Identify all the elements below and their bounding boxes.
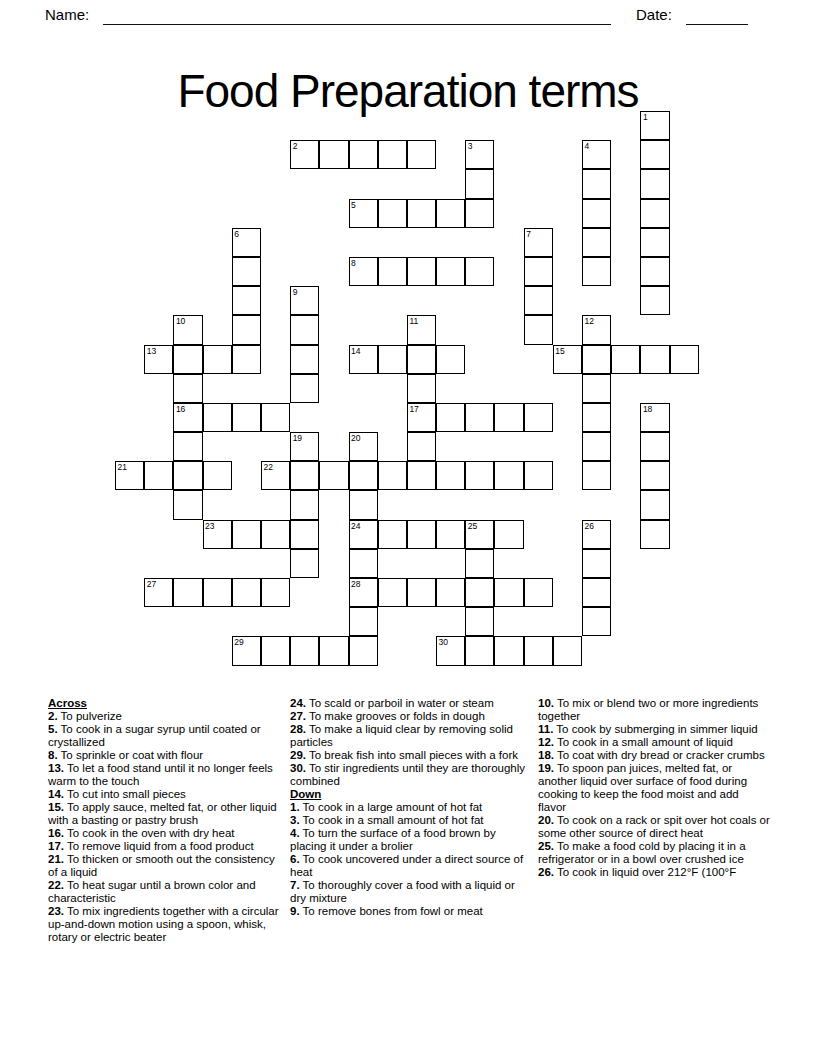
grid-block <box>553 169 582 198</box>
grid-cell[interactable]: 13 <box>144 345 173 374</box>
grid-block <box>203 607 232 636</box>
grid-block <box>290 257 319 286</box>
grid-cell[interactable] <box>611 345 640 374</box>
clue-across-23: 23. To mix ingredients together with a c… <box>48 905 281 944</box>
grid-cell[interactable] <box>582 607 611 636</box>
grid-block <box>232 490 261 519</box>
grid-cell[interactable] <box>524 257 553 286</box>
grid-cell[interactable] <box>465 549 494 578</box>
grid-cell[interactable] <box>640 286 669 315</box>
grid-block <box>203 432 232 461</box>
worksheet-page: Name: Date: Food Preparation terms 12345… <box>0 0 816 1056</box>
grid-cell[interactable] <box>319 140 348 169</box>
grid-block <box>115 520 144 549</box>
grid-block <box>611 432 640 461</box>
grid-cell[interactable] <box>465 257 494 286</box>
grid-block <box>144 228 173 257</box>
grid-block <box>670 636 699 665</box>
grid-block <box>553 403 582 432</box>
grid-cell[interactable] <box>465 199 494 228</box>
grid-cell[interactable] <box>144 461 173 490</box>
grid-block <box>611 228 640 257</box>
grid-cell[interactable] <box>524 403 553 432</box>
grid-cell[interactable]: 25 <box>465 520 494 549</box>
grid-cell[interactable] <box>640 520 669 549</box>
grid-cell[interactable] <box>173 578 202 607</box>
grid-block <box>115 636 144 665</box>
grid-block <box>611 374 640 403</box>
grid-block <box>436 169 465 198</box>
grid-block <box>494 490 523 519</box>
clue-number: 25 <box>468 521 477 531</box>
grid-cell[interactable] <box>349 636 378 665</box>
grid-cell[interactable]: 20 <box>349 432 378 461</box>
grid-cell[interactable] <box>553 636 582 665</box>
grid-block <box>203 286 232 315</box>
grid-cell[interactable] <box>261 403 290 432</box>
grid-cell[interactable] <box>465 636 494 665</box>
clue-column-2: 24. To scald or parboil in water or stea… <box>290 697 529 944</box>
grid-block <box>115 345 144 374</box>
grid-cell[interactable] <box>407 432 436 461</box>
grid-cell[interactable] <box>290 549 319 578</box>
grid-block <box>173 549 202 578</box>
grid-block <box>349 286 378 315</box>
grid-cell[interactable] <box>524 636 553 665</box>
grid-block <box>115 169 144 198</box>
grid-block <box>115 549 144 578</box>
grid-cell[interactable] <box>436 403 465 432</box>
grid-block <box>290 228 319 257</box>
grid-cell[interactable] <box>319 636 348 665</box>
grid-block <box>203 315 232 344</box>
grid-block <box>670 257 699 286</box>
grid-block <box>582 286 611 315</box>
grid-cell[interactable] <box>319 461 348 490</box>
grid-cell[interactable] <box>582 461 611 490</box>
clue-number: 1 <box>643 112 648 122</box>
grid-block <box>115 257 144 286</box>
grid-cell[interactable] <box>203 345 232 374</box>
grid-block <box>261 286 290 315</box>
grid-cell[interactable]: 18 <box>640 403 669 432</box>
grid-block <box>436 286 465 315</box>
grid-block <box>349 111 378 140</box>
grid-cell[interactable] <box>349 607 378 636</box>
grid-cell[interactable] <box>290 490 319 519</box>
grid-block <box>378 636 407 665</box>
grid-cell[interactable] <box>640 257 669 286</box>
clue-down-25: 25. To make a food cold by placing it in… <box>538 840 770 866</box>
name-label: Name: <box>45 6 89 23</box>
grid-block <box>144 374 173 403</box>
grid-cell[interactable] <box>290 461 319 490</box>
grid-cell[interactable] <box>407 374 436 403</box>
grid-block <box>144 432 173 461</box>
grid-cell[interactable]: 11 <box>407 315 436 344</box>
grid-cell[interactable]: 9 <box>290 286 319 315</box>
grid-block <box>144 111 173 140</box>
clue-number: 3 <box>468 141 473 151</box>
grid-cell[interactable] <box>378 140 407 169</box>
grid-cell[interactable] <box>349 490 378 519</box>
grid-cell[interactable] <box>436 199 465 228</box>
grid-block <box>436 111 465 140</box>
grid-block <box>319 432 348 461</box>
grid-cell[interactable] <box>582 199 611 228</box>
grid-block <box>173 286 202 315</box>
grid-block <box>553 286 582 315</box>
grid-block <box>115 403 144 432</box>
grid-block <box>611 520 640 549</box>
grid-cell[interactable] <box>524 578 553 607</box>
grid-cell[interactable] <box>494 578 523 607</box>
grid-block <box>173 257 202 286</box>
grid-cell[interactable] <box>582 432 611 461</box>
grid-cell[interactable] <box>640 490 669 519</box>
grid-cell[interactable] <box>582 374 611 403</box>
grid-cell[interactable] <box>494 461 523 490</box>
grid-cell[interactable] <box>436 520 465 549</box>
clue-across-28: 28. To make a liquid clear by removing s… <box>290 723 529 749</box>
grid-cell[interactable]: 22 <box>261 461 290 490</box>
grid-block <box>611 461 640 490</box>
grid-block <box>553 374 582 403</box>
grid-cell[interactable] <box>407 345 436 374</box>
clue-number: 10 <box>176 316 185 326</box>
grid-cell[interactable] <box>232 345 261 374</box>
grid-block <box>144 257 173 286</box>
grid-block <box>670 228 699 257</box>
clue-down-19: 19. To spoon pan juices, melted fat, or … <box>538 762 770 814</box>
grid-block <box>494 140 523 169</box>
grid-block <box>144 403 173 432</box>
grid-cell[interactable] <box>494 636 523 665</box>
grid-cell[interactable] <box>232 286 261 315</box>
clue-number: 4 <box>585 141 590 151</box>
clue-across-30: 30. To stir ingredients until they are t… <box>290 762 529 788</box>
clue-down-3: 3. To cook in a small amount of hot fat <box>290 814 529 827</box>
grid-block <box>465 228 494 257</box>
grid-block <box>670 578 699 607</box>
grid-block <box>524 199 553 228</box>
grid-block <box>319 257 348 286</box>
grid-block <box>640 607 669 636</box>
grid-cell[interactable]: 26 <box>582 520 611 549</box>
grid-cell[interactable] <box>582 169 611 198</box>
grid-cell[interactable] <box>378 199 407 228</box>
grid-cell[interactable] <box>465 607 494 636</box>
grid-block <box>640 374 669 403</box>
grid-block <box>611 549 640 578</box>
grid-block <box>611 490 640 519</box>
grid-cell[interactable] <box>290 345 319 374</box>
grid-cell[interactable] <box>407 520 436 549</box>
grid-block <box>144 607 173 636</box>
clue-number: 13 <box>147 346 156 356</box>
grid-cell[interactable]: 24 <box>349 520 378 549</box>
grid-cell[interactable] <box>465 403 494 432</box>
clue-across-22: 22. To heat sugar until a brown color an… <box>48 879 281 905</box>
grid-cell[interactable] <box>203 461 232 490</box>
grid-cell[interactable]: 1 <box>640 111 669 140</box>
grid-block <box>349 315 378 344</box>
grid-block <box>407 228 436 257</box>
grid-cell[interactable] <box>173 432 202 461</box>
clue-number: 9 <box>293 287 298 297</box>
grid-block <box>349 169 378 198</box>
grid-cell[interactable] <box>349 140 378 169</box>
grid-block <box>670 403 699 432</box>
grid-block <box>465 111 494 140</box>
grid-block <box>261 432 290 461</box>
grid-block <box>494 199 523 228</box>
grid-cell[interactable] <box>261 636 290 665</box>
grid-cell[interactable] <box>465 169 494 198</box>
grid-block <box>407 111 436 140</box>
grid-block <box>378 374 407 403</box>
grid-block <box>524 111 553 140</box>
grid-block <box>173 111 202 140</box>
grid-block <box>319 520 348 549</box>
clue-number: 17 <box>409 404 418 414</box>
grid-cell[interactable] <box>582 403 611 432</box>
grid-cell[interactable] <box>407 199 436 228</box>
grid-cell[interactable] <box>407 578 436 607</box>
grid-block <box>203 140 232 169</box>
grid-cell[interactable]: 23 <box>203 520 232 549</box>
clue-number: 27 <box>147 579 156 589</box>
grid-block <box>611 257 640 286</box>
grid-block <box>670 490 699 519</box>
grid-block <box>611 636 640 665</box>
clue-number: 11 <box>409 316 418 326</box>
across-clues-part1: 2. To pulverize5. To cook in a sugar syr… <box>48 710 281 944</box>
grid-cell[interactable] <box>349 461 378 490</box>
grid-cell[interactable] <box>640 461 669 490</box>
grid-block <box>232 169 261 198</box>
grid-block <box>553 228 582 257</box>
grid-cell[interactable] <box>290 315 319 344</box>
grid-cell[interactable] <box>436 578 465 607</box>
grid-cell[interactable]: 2 <box>290 140 319 169</box>
grid-cell[interactable]: 7 <box>524 228 553 257</box>
grid-block <box>553 140 582 169</box>
grid-cell[interactable] <box>582 345 611 374</box>
grid-cell[interactable]: 12 <box>582 315 611 344</box>
clue-section: Across 2. To pulverize5. To cook in a su… <box>48 697 770 944</box>
grid-cell[interactable]: 16 <box>173 403 202 432</box>
grid-block <box>670 315 699 344</box>
grid-block <box>582 111 611 140</box>
grid-cell[interactable]: 30 <box>436 636 465 665</box>
grid-cell[interactable]: 14 <box>349 345 378 374</box>
grid-cell[interactable] <box>582 228 611 257</box>
grid-block <box>319 228 348 257</box>
grid-cell[interactable] <box>582 578 611 607</box>
grid-cell[interactable] <box>290 636 319 665</box>
clue-number: 15 <box>555 346 564 356</box>
grid-cell[interactable] <box>524 286 553 315</box>
grid-block <box>261 140 290 169</box>
clue-across-29: 29. To break fish into small pieces with… <box>290 749 529 762</box>
grid-cell[interactable] <box>203 403 232 432</box>
grid-block <box>290 111 319 140</box>
grid-cell[interactable] <box>407 140 436 169</box>
grid-cell[interactable] <box>436 257 465 286</box>
grid-cell[interactable] <box>465 461 494 490</box>
grid-block <box>290 403 319 432</box>
grid-cell[interactable] <box>378 257 407 286</box>
grid-block <box>261 607 290 636</box>
grid-cell[interactable]: 5 <box>349 199 378 228</box>
grid-block <box>319 607 348 636</box>
grid-cell[interactable]: 19 <box>290 432 319 461</box>
grid-cell[interactable]: 15 <box>553 345 582 374</box>
grid-block <box>524 490 553 519</box>
clue-across-13: 13. To let a food stand until it no long… <box>48 762 281 788</box>
grid-block <box>203 199 232 228</box>
grid-cell[interactable] <box>524 461 553 490</box>
grid-cell[interactable] <box>640 169 669 198</box>
clue-number: 2 <box>293 141 298 151</box>
grid-block <box>494 607 523 636</box>
grid-block <box>319 169 348 198</box>
grid-cell[interactable] <box>494 520 523 549</box>
clue-number: 8 <box>351 258 356 268</box>
clue-down-11: 11. To cook by submerging in simmer liqu… <box>538 723 770 736</box>
grid-cell[interactable] <box>232 578 261 607</box>
grid-cell[interactable]: 21 <box>115 461 144 490</box>
grid-block <box>611 140 640 169</box>
grid-block <box>611 286 640 315</box>
grid-cell[interactable] <box>378 578 407 607</box>
grid-block <box>670 199 699 228</box>
grid-cell[interactable] <box>349 549 378 578</box>
grid-cell[interactable] <box>232 257 261 286</box>
grid-cell[interactable] <box>465 578 494 607</box>
grid-block <box>465 374 494 403</box>
grid-block <box>524 140 553 169</box>
grid-cell[interactable] <box>494 403 523 432</box>
grid-block <box>232 111 261 140</box>
grid-cell[interactable] <box>261 578 290 607</box>
grid-cell[interactable] <box>290 374 319 403</box>
clue-number: 22 <box>263 462 272 472</box>
grid-cell[interactable] <box>407 257 436 286</box>
grid-block <box>670 520 699 549</box>
grid-block <box>173 199 202 228</box>
grid-cell[interactable] <box>640 140 669 169</box>
grid-block <box>524 607 553 636</box>
grid-cell[interactable] <box>290 520 319 549</box>
down-heading: Down <box>290 788 529 801</box>
grid-cell[interactable] <box>173 374 202 403</box>
clue-down-12: 12. To cook in a small amount of liquid <box>538 736 770 749</box>
grid-cell[interactable] <box>203 578 232 607</box>
grid-block <box>553 520 582 549</box>
grid-block <box>290 607 319 636</box>
grid-block <box>378 228 407 257</box>
grid-block <box>115 374 144 403</box>
grid-cell[interactable] <box>524 315 553 344</box>
grid-cell[interactable] <box>407 461 436 490</box>
grid-cell[interactable] <box>261 520 290 549</box>
grid-cell[interactable]: 28 <box>349 578 378 607</box>
grid-block <box>494 432 523 461</box>
grid-cell[interactable] <box>640 345 669 374</box>
crossword-grid: 1234567891011121314151617181920212223242… <box>115 111 699 666</box>
grid-cell[interactable]: 8 <box>349 257 378 286</box>
clue-column-1: Across 2. To pulverize5. To cook in a su… <box>48 697 281 944</box>
grid-block <box>465 490 494 519</box>
grid-cell[interactable]: 29 <box>232 636 261 665</box>
grid-cell[interactable] <box>378 461 407 490</box>
grid-cell[interactable]: 27 <box>144 578 173 607</box>
grid-cell[interactable] <box>582 549 611 578</box>
grid-cell[interactable] <box>378 520 407 549</box>
grid-cell[interactable]: 3 <box>465 140 494 169</box>
grid-block <box>173 520 202 549</box>
grid-cell[interactable] <box>232 315 261 344</box>
clue-number: 23 <box>205 521 214 531</box>
grid-cell[interactable] <box>640 228 669 257</box>
grid-block <box>115 432 144 461</box>
grid-block <box>524 169 553 198</box>
grid-block <box>203 374 232 403</box>
down-clues-part2: 10. To mix or blend two or more ingredie… <box>538 697 770 879</box>
grid-block <box>232 549 261 578</box>
grid-block <box>319 345 348 374</box>
grid-block <box>436 432 465 461</box>
grid-block <box>670 140 699 169</box>
grid-cell[interactable] <box>640 199 669 228</box>
grid-block <box>319 578 348 607</box>
grid-block <box>465 286 494 315</box>
clue-down-20: 20. To cook on a rack or spit over hot c… <box>538 814 770 840</box>
grid-block <box>611 578 640 607</box>
grid-cell[interactable] <box>436 345 465 374</box>
grid-block <box>553 315 582 344</box>
grid-block <box>261 111 290 140</box>
grid-block <box>494 111 523 140</box>
grid-cell[interactable] <box>173 461 202 490</box>
clue-down-9: 9. To remove bones from fowl or meat <box>290 905 529 918</box>
grid-block <box>290 578 319 607</box>
grid-cell[interactable] <box>378 345 407 374</box>
grid-cell[interactable]: 4 <box>582 140 611 169</box>
grid-cell[interactable]: 6 <box>232 228 261 257</box>
grid-block <box>611 169 640 198</box>
grid-cell[interactable] <box>232 520 261 549</box>
grid-cell[interactable]: 17 <box>407 403 436 432</box>
grid-cell[interactable] <box>670 345 699 374</box>
grid-cell[interactable] <box>232 403 261 432</box>
grid-block <box>261 228 290 257</box>
clue-across-16: 16. To cook in the oven with dry heat <box>48 827 281 840</box>
grid-cell[interactable] <box>640 432 669 461</box>
grid-block <box>553 490 582 519</box>
grid-cell[interactable] <box>582 257 611 286</box>
grid-cell[interactable] <box>436 461 465 490</box>
clue-down-26: 26. To cook in liquid over 212°F (100°F <box>538 866 770 879</box>
grid-cell[interactable] <box>173 345 202 374</box>
clue-across-17: 17. To remove liquid from a food product <box>48 840 281 853</box>
grid-block <box>319 315 348 344</box>
grid-cell[interactable] <box>173 490 202 519</box>
grid-block <box>203 549 232 578</box>
grid-cell[interactable]: 10 <box>173 315 202 344</box>
